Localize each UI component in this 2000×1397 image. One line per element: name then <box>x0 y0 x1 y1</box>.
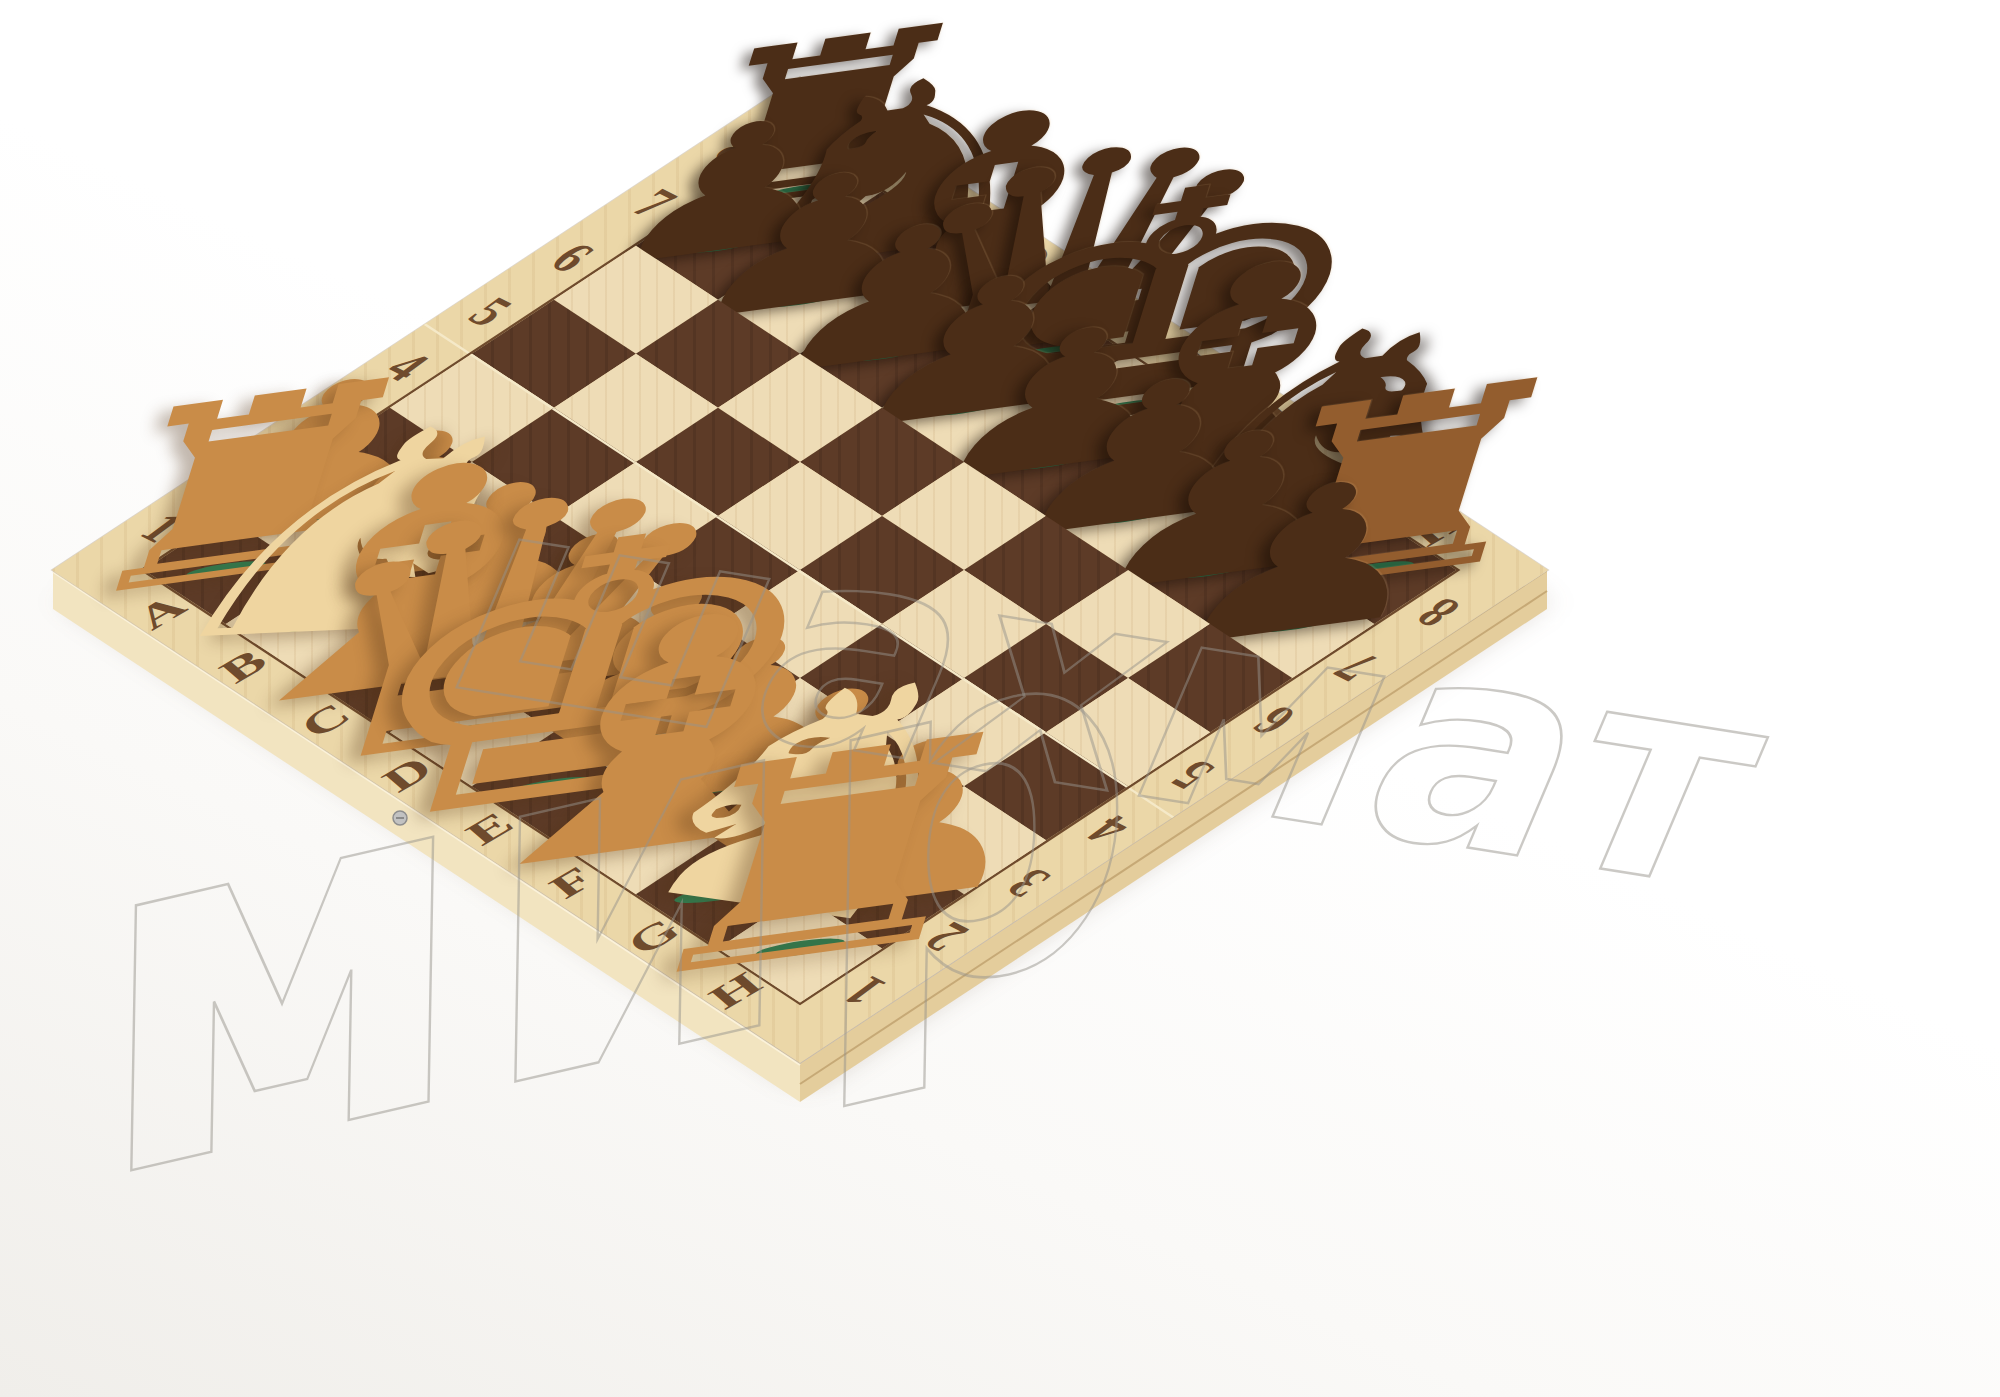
square-h1: ♜ <box>718 894 882 1002</box>
coord-label-text: 6 <box>1242 699 1307 743</box>
coord-label-text: 4 <box>1077 807 1142 851</box>
coord-label-text: 5 <box>1160 753 1225 797</box>
